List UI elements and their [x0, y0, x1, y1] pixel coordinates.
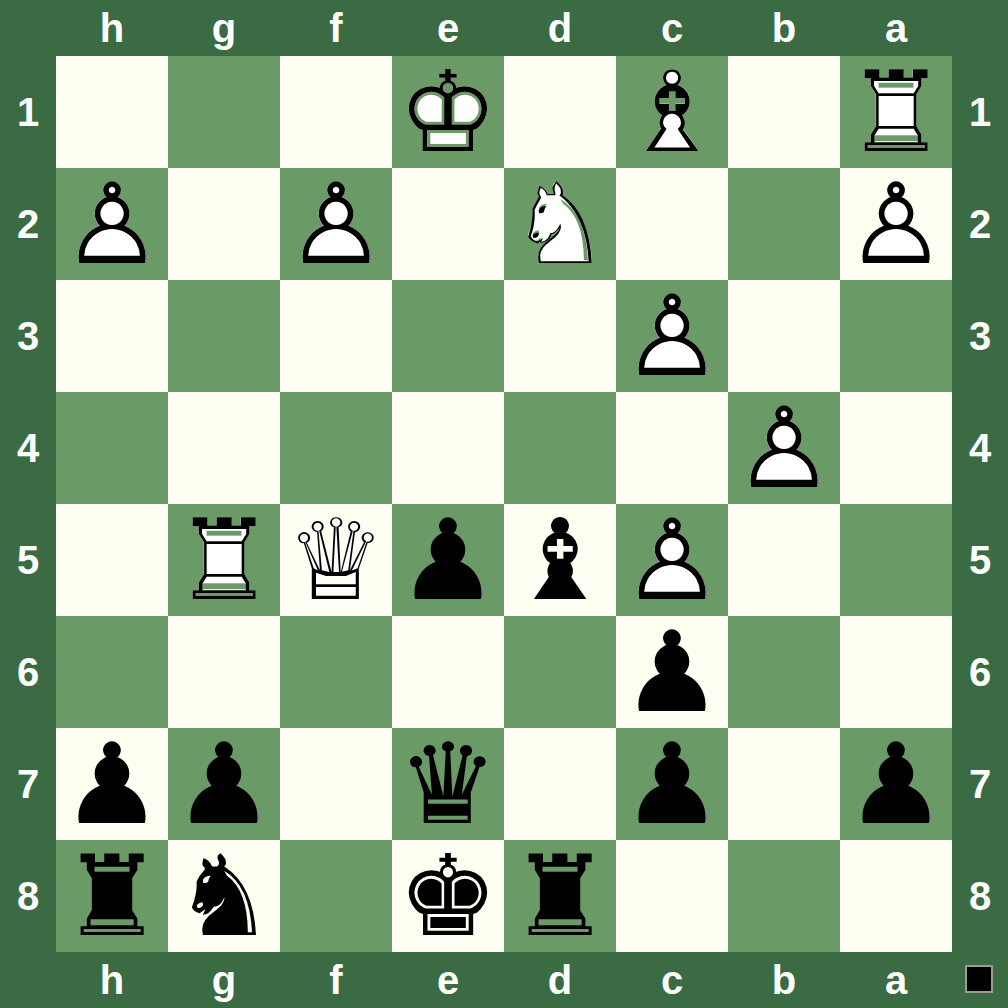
square-b4[interactable]: ♟♙: [728, 392, 840, 504]
file-label-bottom-f: f: [280, 952, 392, 1008]
square-a2[interactable]: ♟♙: [840, 168, 952, 280]
square-d5[interactable]: ♝: [504, 504, 616, 616]
black-pawn-e5: ♟: [392, 504, 504, 616]
square-e2[interactable]: [392, 168, 504, 280]
square-c7[interactable]: ♟: [616, 728, 728, 840]
rank-labels-right: 12345678: [952, 56, 1008, 952]
square-h5[interactable]: [56, 504, 168, 616]
chess-board-frame: hgfedcba 12345678 ♚♔♝♗♜♖♟♙♟♙♞♘♟♙♟♙♟♙♜♖♛♕…: [0, 0, 1008, 1008]
rank-label-left-1: 1: [0, 56, 56, 168]
square-f1[interactable]: [280, 56, 392, 168]
file-label-top-g: g: [168, 0, 280, 56]
square-c1[interactable]: ♝♗: [616, 56, 728, 168]
square-e4[interactable]: [392, 392, 504, 504]
square-g1[interactable]: [168, 56, 280, 168]
square-d3[interactable]: [504, 280, 616, 392]
black-pawn-h7: ♟: [56, 728, 168, 840]
file-label-top-b: b: [728, 0, 840, 56]
rank-label-right-2: 2: [952, 168, 1008, 280]
white-pawn-h2: ♟♙: [56, 168, 168, 280]
square-b5[interactable]: [728, 504, 840, 616]
file-label-top-f: f: [280, 0, 392, 56]
square-c5[interactable]: ♟♙: [616, 504, 728, 616]
square-g2[interactable]: [168, 168, 280, 280]
square-d2[interactable]: ♞♘: [504, 168, 616, 280]
square-g7[interactable]: ♟: [168, 728, 280, 840]
rank-label-left-7: 7: [0, 728, 56, 840]
file-label-bottom-d: d: [504, 952, 616, 1008]
file-label-top-d: d: [504, 0, 616, 56]
rank-label-right-4: 4: [952, 392, 1008, 504]
rank-label-right-5: 5: [952, 504, 1008, 616]
square-h3[interactable]: [56, 280, 168, 392]
square-f3[interactable]: [280, 280, 392, 392]
file-label-bottom-g: g: [168, 952, 280, 1008]
square-d8[interactable]: ♜: [504, 840, 616, 952]
square-a3[interactable]: [840, 280, 952, 392]
square-e1[interactable]: ♚♔: [392, 56, 504, 168]
white-rook-a1: ♜♖: [840, 56, 952, 168]
square-h2[interactable]: ♟♙: [56, 168, 168, 280]
square-e6[interactable]: [392, 616, 504, 728]
square-b3[interactable]: [728, 280, 840, 392]
square-c2[interactable]: [616, 168, 728, 280]
black-knight-g8: ♞: [168, 840, 280, 952]
square-b1[interactable]: [728, 56, 840, 168]
square-a1[interactable]: ♜♖: [840, 56, 952, 168]
square-h1[interactable]: [56, 56, 168, 168]
square-e8[interactable]: ♚: [392, 840, 504, 952]
square-f5[interactable]: ♛♕: [280, 504, 392, 616]
white-rook-g5: ♜♖: [168, 504, 280, 616]
white-bishop-c1: ♝♗: [616, 56, 728, 168]
square-d6[interactable]: [504, 616, 616, 728]
square-b7[interactable]: [728, 728, 840, 840]
rank-label-right-8: 8: [952, 840, 1008, 952]
square-a5[interactable]: [840, 504, 952, 616]
square-f2[interactable]: ♟♙: [280, 168, 392, 280]
white-queen-f5: ♛♕: [280, 504, 392, 616]
black-rook-h8: ♜: [56, 840, 168, 952]
square-b8[interactable]: [728, 840, 840, 952]
square-h6[interactable]: [56, 616, 168, 728]
square-c4[interactable]: [616, 392, 728, 504]
black-to-move-indicator: [965, 965, 993, 993]
file-label-bottom-h: h: [56, 952, 168, 1008]
square-g8[interactable]: ♞: [168, 840, 280, 952]
chess-board: ♚♔♝♗♜♖♟♙♟♙♞♘♟♙♟♙♟♙♜♖♛♕♟♝♟♙♟♟♟♛♟♟♜♞♚♜: [56, 56, 952, 952]
square-a4[interactable]: [840, 392, 952, 504]
square-c8[interactable]: [616, 840, 728, 952]
file-labels-top: hgfedcba: [56, 0, 952, 56]
square-g5[interactable]: ♜♖: [168, 504, 280, 616]
black-pawn-a7: ♟: [840, 728, 952, 840]
square-d7[interactable]: [504, 728, 616, 840]
square-f7[interactable]: [280, 728, 392, 840]
white-knight-d2: ♞♘: [504, 168, 616, 280]
black-rook-d8: ♜: [504, 840, 616, 952]
rank-label-left-3: 3: [0, 280, 56, 392]
square-a7[interactable]: ♟: [840, 728, 952, 840]
white-pawn-f2: ♟♙: [280, 168, 392, 280]
square-c6[interactable]: ♟: [616, 616, 728, 728]
rank-label-right-3: 3: [952, 280, 1008, 392]
black-queen-e7: ♛: [392, 728, 504, 840]
rank-labels-left: 12345678: [0, 56, 56, 952]
rank-label-right-6: 6: [952, 616, 1008, 728]
rank-label-left-2: 2: [0, 168, 56, 280]
black-pawn-c7: ♟: [616, 728, 728, 840]
white-king-e1: ♚♔: [392, 56, 504, 168]
file-label-bottom-c: c: [616, 952, 728, 1008]
file-label-bottom-a: a: [840, 952, 952, 1008]
file-label-bottom-e: e: [392, 952, 504, 1008]
square-b6[interactable]: [728, 616, 840, 728]
rank-label-left-4: 4: [0, 392, 56, 504]
black-bishop-d5: ♝: [504, 504, 616, 616]
square-f8[interactable]: [280, 840, 392, 952]
square-h7[interactable]: ♟: [56, 728, 168, 840]
square-c3[interactable]: ♟♙: [616, 280, 728, 392]
square-b2[interactable]: [728, 168, 840, 280]
square-e3[interactable]: [392, 280, 504, 392]
square-a8[interactable]: [840, 840, 952, 952]
rank-label-left-5: 5: [0, 504, 56, 616]
square-d1[interactable]: [504, 56, 616, 168]
square-g3[interactable]: [168, 280, 280, 392]
black-king-e8: ♚: [392, 840, 504, 952]
white-pawn-c5: ♟♙: [616, 504, 728, 616]
white-pawn-b4: ♟♙: [728, 392, 840, 504]
rank-label-left-8: 8: [0, 840, 56, 952]
square-f4[interactable]: [280, 392, 392, 504]
white-pawn-a2: ♟♙: [840, 168, 952, 280]
file-labels-bottom: hgfedcba: [56, 952, 952, 1008]
square-a6[interactable]: [840, 616, 952, 728]
rank-label-right-7: 7: [952, 728, 1008, 840]
rank-label-left-6: 6: [0, 616, 56, 728]
file-label-bottom-b: b: [728, 952, 840, 1008]
square-g4[interactable]: [168, 392, 280, 504]
black-pawn-c6: ♟: [616, 616, 728, 728]
square-e7[interactable]: ♛: [392, 728, 504, 840]
square-h8[interactable]: ♜: [56, 840, 168, 952]
file-label-top-h: h: [56, 0, 168, 56]
square-g6[interactable]: [168, 616, 280, 728]
rank-label-right-1: 1: [952, 56, 1008, 168]
square-d4[interactable]: [504, 392, 616, 504]
square-e5[interactable]: ♟: [392, 504, 504, 616]
black-pawn-g7: ♟: [168, 728, 280, 840]
white-pawn-c3: ♟♙: [616, 280, 728, 392]
square-h4[interactable]: [56, 392, 168, 504]
square-f6[interactable]: [280, 616, 392, 728]
